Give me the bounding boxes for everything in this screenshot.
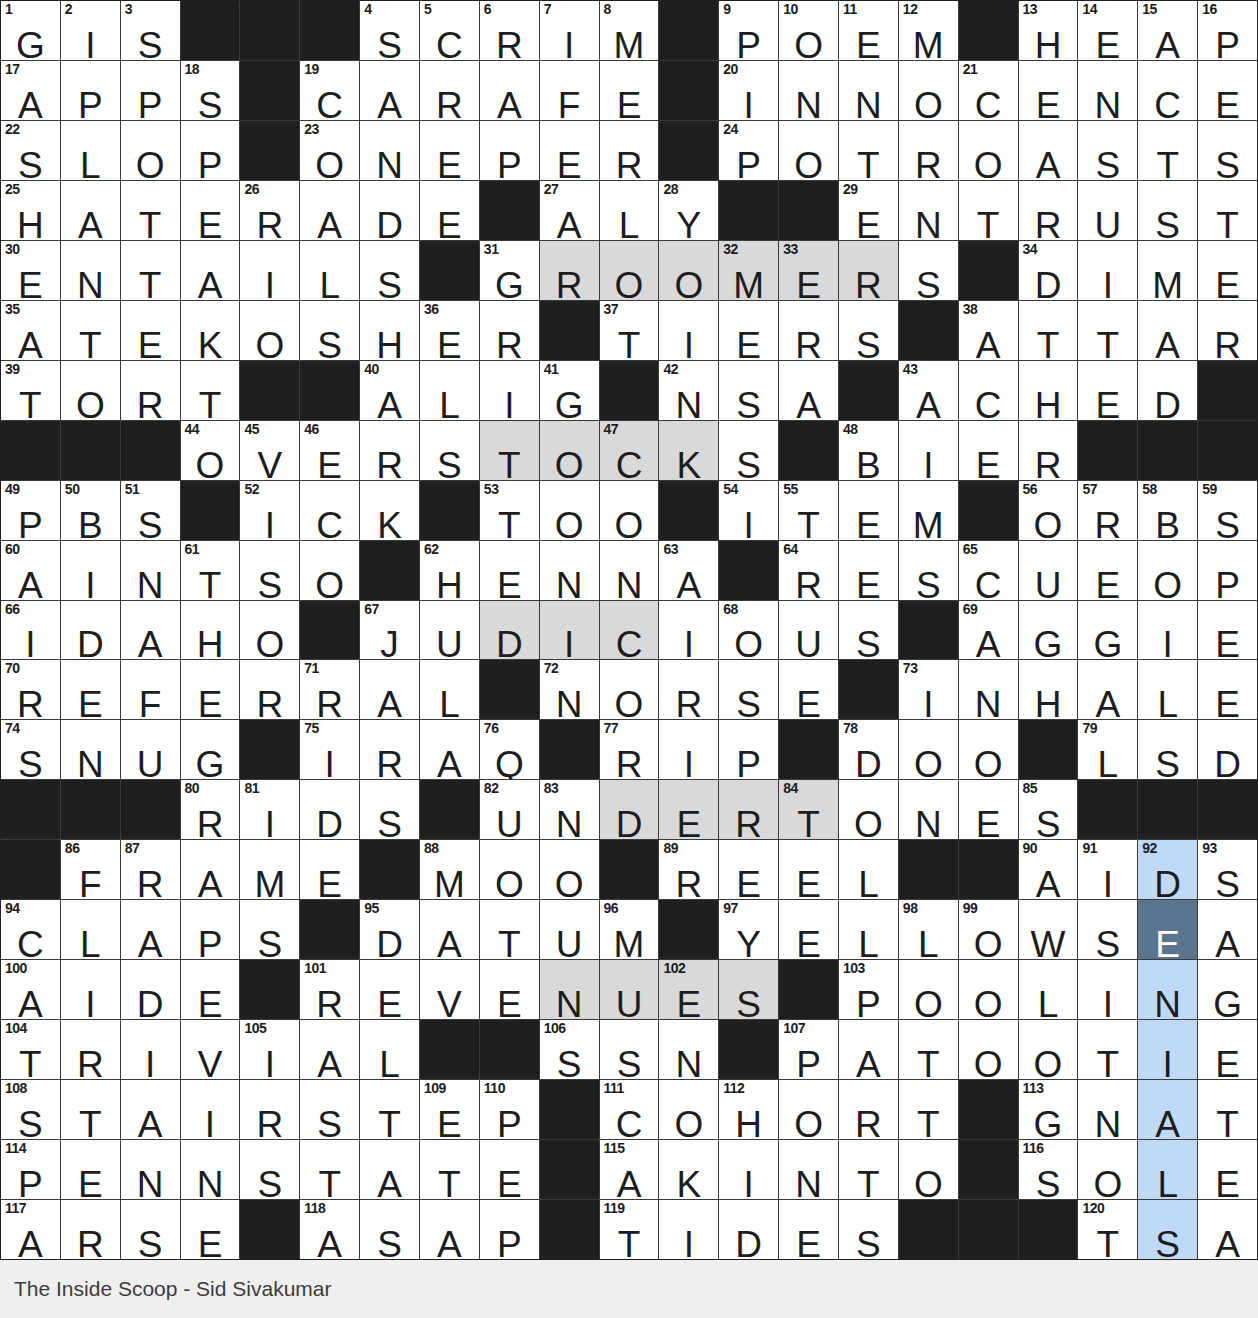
grid-cell[interactable]: P <box>121 61 180 120</box>
grid-cell[interactable]: D <box>1138 361 1197 420</box>
grid-cell[interactable]: E <box>959 780 1018 839</box>
theme-shaded-cell[interactable]: K <box>659 421 718 480</box>
grid-cell[interactable]: D <box>360 181 419 240</box>
grid-cell[interactable]: K <box>659 1140 718 1199</box>
grid-cell[interactable]: O <box>899 1140 958 1199</box>
highlighted-cell[interactable]: L <box>1138 1140 1197 1199</box>
grid-cell[interactable]: 93S <box>1198 840 1257 899</box>
grid-cell[interactable]: 55T <box>779 481 838 540</box>
grid-cell[interactable]: E <box>480 1140 539 1199</box>
grid-cell[interactable]: W <box>1019 900 1078 959</box>
grid-cell[interactable]: O <box>540 840 599 899</box>
grid-cell[interactable]: F <box>121 660 180 719</box>
grid-cell[interactable]: N <box>839 61 898 120</box>
grid-cell[interactable]: T <box>899 1020 958 1079</box>
grid-cell[interactable]: 71R <box>300 660 359 719</box>
grid-cell[interactable]: 34D <box>1019 241 1078 300</box>
grid-cell[interactable]: 70R <box>1 660 60 719</box>
grid-cell[interactable]: N <box>1078 61 1137 120</box>
grid-cell[interactable]: C <box>300 481 359 540</box>
grid-cell[interactable]: O <box>959 960 1018 1019</box>
grid-cell[interactable]: F <box>540 61 599 120</box>
grid-cell[interactable]: T <box>1078 1020 1137 1079</box>
grid-cell[interactable]: 99O <box>959 900 1018 959</box>
grid-cell[interactable]: 35A <box>1 301 60 360</box>
grid-cell[interactable]: O <box>1078 1140 1137 1199</box>
grid-cell[interactable]: O <box>600 481 659 540</box>
grid-cell[interactable]: 21C <box>959 61 1018 120</box>
grid-cell[interactable]: E <box>1198 660 1257 719</box>
theme-shaded-cell[interactable]: R <box>839 241 898 300</box>
grid-cell[interactable]: O <box>1138 541 1197 600</box>
grid-cell[interactable]: 40A <box>360 361 419 420</box>
grid-cell[interactable]: 36E <box>420 301 479 360</box>
grid-cell[interactable]: S <box>719 660 778 719</box>
grid-cell[interactable]: 9P <box>719 1 778 60</box>
grid-cell[interactable]: L <box>61 900 120 959</box>
grid-cell[interactable]: I <box>899 421 958 480</box>
grid-cell[interactable]: E <box>420 121 479 180</box>
grid-cell[interactable]: E <box>61 1140 120 1199</box>
grid-cell[interactable]: 66I <box>1 601 60 660</box>
grid-cell[interactable]: S <box>360 241 419 300</box>
grid-cell[interactable]: P <box>181 121 240 180</box>
grid-cell[interactable]: 95D <box>360 900 419 959</box>
grid-cell[interactable]: 105I <box>240 1020 299 1079</box>
grid-cell[interactable]: 11E <box>839 1 898 60</box>
grid-cell[interactable]: T <box>839 1140 898 1199</box>
grid-cell[interactable]: N <box>1078 1080 1137 1139</box>
grid-cell[interactable]: L <box>600 181 659 240</box>
grid-cell[interactable]: S <box>1138 181 1197 240</box>
grid-cell[interactable]: 31G <box>480 241 539 300</box>
grid-cell[interactable]: A <box>121 1080 180 1139</box>
grid-cell[interactable]: 3S <box>121 1 180 60</box>
grid-cell[interactable]: 39T <box>1 361 60 420</box>
grid-cell[interactable]: 104T <box>1 1020 60 1079</box>
grid-cell[interactable]: A <box>360 660 419 719</box>
theme-shaded-cell[interactable]: D <box>600 780 659 839</box>
grid-cell[interactable]: 59S <box>1198 481 1257 540</box>
grid-cell[interactable]: 19C <box>300 61 359 120</box>
theme-shaded-cell[interactable]: 47C <box>600 421 659 480</box>
grid-cell[interactable]: A <box>360 1140 419 1199</box>
grid-cell[interactable]: N <box>899 780 958 839</box>
grid-cell[interactable]: N <box>121 1140 180 1199</box>
grid-cell[interactable]: E <box>480 960 539 1019</box>
grid-cell[interactable]: 111C <box>600 1080 659 1139</box>
grid-cell[interactable]: M <box>240 840 299 899</box>
grid-cell[interactable]: R <box>360 421 419 480</box>
grid-cell[interactable]: 97Y <box>719 900 778 959</box>
grid-cell[interactable]: T <box>1019 301 1078 360</box>
grid-cell[interactable]: I <box>1078 241 1137 300</box>
grid-cell[interactable]: 106S <box>540 1020 599 1079</box>
grid-cell[interactable]: 96M <box>600 900 659 959</box>
grid-cell[interactable]: U <box>121 720 180 779</box>
grid-cell[interactable]: E <box>181 1200 240 1259</box>
grid-cell[interactable]: E <box>420 181 479 240</box>
grid-cell[interactable]: T <box>1078 301 1137 360</box>
grid-cell[interactable]: 13H <box>1019 1 1078 60</box>
grid-cell[interactable]: K <box>181 301 240 360</box>
grid-cell[interactable]: I <box>659 601 718 660</box>
grid-cell[interactable]: 65C <box>959 541 1018 600</box>
grid-cell[interactable]: O <box>959 121 1018 180</box>
grid-cell[interactable]: S <box>1078 121 1137 180</box>
grid-cell[interactable]: 29E <box>839 181 898 240</box>
grid-cell[interactable]: R <box>1019 421 1078 480</box>
grid-cell[interactable]: I <box>121 1020 180 1079</box>
grid-cell[interactable]: I <box>61 960 120 1019</box>
grid-cell[interactable]: 62H <box>420 541 479 600</box>
grid-cell[interactable]: T <box>121 241 180 300</box>
grid-cell[interactable]: E <box>1198 61 1257 120</box>
grid-cell[interactable]: D <box>300 780 359 839</box>
grid-cell[interactable]: V <box>181 1020 240 1079</box>
grid-cell[interactable]: R <box>240 660 299 719</box>
grid-cell[interactable]: S <box>839 301 898 360</box>
grid-cell[interactable]: O <box>61 361 120 420</box>
grid-cell[interactable]: T <box>1138 121 1197 180</box>
grid-cell[interactable]: O <box>300 541 359 600</box>
grid-cell[interactable]: R <box>61 1200 120 1259</box>
grid-cell[interactable]: N <box>659 1020 718 1079</box>
grid-cell[interactable]: 4S <box>360 1 419 60</box>
grid-cell[interactable]: E <box>600 61 659 120</box>
grid-cell[interactable]: 1G <box>1 1 60 60</box>
grid-cell[interactable]: 100A <box>1 960 60 1019</box>
grid-cell[interactable]: A <box>1198 1200 1257 1259</box>
grid-cell[interactable]: V <box>420 960 479 1019</box>
highlighted-cell[interactable]: S <box>1138 1200 1197 1259</box>
grid-cell[interactable]: N <box>779 1140 838 1199</box>
grid-cell[interactable]: L <box>300 241 359 300</box>
grid-cell[interactable]: P <box>181 900 240 959</box>
grid-cell[interactable]: 78D <box>839 720 898 779</box>
grid-cell[interactable]: 7I <box>540 1 599 60</box>
grid-cell[interactable]: E <box>1198 601 1257 660</box>
grid-cell[interactable]: S <box>719 361 778 420</box>
grid-cell[interactable]: I <box>719 1140 778 1199</box>
grid-cell[interactable]: E <box>1198 241 1257 300</box>
grid-cell[interactable]: 57R <box>1078 481 1137 540</box>
grid-cell[interactable]: 44O <box>181 421 240 480</box>
grid-cell[interactable]: I <box>61 541 120 600</box>
grid-cell[interactable]: I <box>659 720 718 779</box>
grid-cell[interactable]: E <box>540 121 599 180</box>
grid-cell[interactable]: 61T <box>181 541 240 600</box>
grid-cell[interactable]: 109E <box>420 1080 479 1139</box>
grid-cell[interactable]: O <box>899 960 958 1019</box>
grid-cell[interactable]: 53T <box>480 481 539 540</box>
grid-cell[interactable]: A <box>1138 301 1197 360</box>
grid-cell[interactable]: 56O <box>1019 481 1078 540</box>
grid-cell[interactable]: U <box>540 900 599 959</box>
grid-cell[interactable]: M <box>1138 241 1197 300</box>
grid-cell[interactable]: R <box>1198 301 1257 360</box>
grid-cell[interactable]: O <box>600 660 659 719</box>
grid-cell[interactable]: 30E <box>1 241 60 300</box>
grid-cell[interactable]: 114P <box>1 1140 60 1199</box>
theme-shaded-cell[interactable]: E <box>659 780 718 839</box>
grid-cell[interactable]: H <box>1019 361 1078 420</box>
grid-cell[interactable]: N <box>61 241 120 300</box>
grid-cell[interactable]: 117A <box>1 1200 60 1259</box>
grid-cell[interactable]: 69A <box>959 601 1018 660</box>
grid-cell[interactable]: T <box>839 121 898 180</box>
grid-cell[interactable]: 38A <box>959 301 1018 360</box>
grid-cell[interactable]: A <box>1078 660 1137 719</box>
grid-cell[interactable]: 51S <box>121 481 180 540</box>
grid-cell[interactable]: T <box>360 1080 419 1139</box>
grid-cell[interactable]: A <box>181 241 240 300</box>
grid-cell[interactable]: U <box>1019 541 1078 600</box>
grid-cell[interactable]: D <box>1198 720 1257 779</box>
grid-cell[interactable]: 68O <box>719 601 778 660</box>
grid-cell[interactable]: 75I <box>300 720 359 779</box>
grid-cell[interactable]: D <box>719 1200 778 1259</box>
grid-cell[interactable]: T <box>1198 1080 1257 1139</box>
grid-cell[interactable]: 43A <box>899 361 958 420</box>
grid-cell[interactable]: P <box>1198 541 1257 600</box>
grid-cell[interactable]: 72N <box>540 660 599 719</box>
grid-cell[interactable]: O <box>121 121 180 180</box>
grid-cell[interactable]: S <box>360 1200 419 1259</box>
grid-cell[interactable]: L <box>1138 660 1197 719</box>
grid-cell[interactable]: E <box>839 541 898 600</box>
grid-cell[interactable]: T <box>1198 181 1257 240</box>
grid-cell[interactable]: 116S <box>1019 1140 1078 1199</box>
grid-cell[interactable]: T <box>121 181 180 240</box>
grid-cell[interactable]: D <box>121 960 180 1019</box>
grid-cell[interactable]: S <box>240 900 299 959</box>
grid-cell[interactable]: U <box>420 601 479 660</box>
grid-cell[interactable]: R <box>480 301 539 360</box>
grid-cell[interactable]: E <box>959 421 1018 480</box>
grid-cell[interactable]: A <box>480 61 539 120</box>
highlighted-cell[interactable]: A <box>1138 1080 1197 1139</box>
grid-cell[interactable]: T <box>959 181 1018 240</box>
highlighted-cell[interactable]: 92D <box>1138 840 1197 899</box>
grid-cell[interactable]: M <box>899 481 958 540</box>
grid-cell[interactable]: 118A <box>300 1200 359 1259</box>
grid-cell[interactable]: E <box>300 840 359 899</box>
grid-cell[interactable]: E <box>121 301 180 360</box>
grid-cell[interactable]: 98L <box>899 900 958 959</box>
grid-cell[interactable]: 50B <box>61 481 120 540</box>
grid-cell[interactable]: 17A <box>1 61 60 120</box>
grid-cell[interactable]: L <box>420 361 479 420</box>
grid-cell[interactable]: 110P <box>480 1080 539 1139</box>
grid-cell[interactable]: S <box>240 541 299 600</box>
grid-cell[interactable]: N <box>121 541 180 600</box>
grid-cell[interactable]: 74S <box>1 720 60 779</box>
grid-cell[interactable]: 89R <box>659 840 718 899</box>
grid-cell[interactable]: A <box>61 181 120 240</box>
grid-cell[interactable]: 63A <box>659 541 718 600</box>
grid-cell[interactable]: O <box>959 1020 1018 1079</box>
grid-cell[interactable]: R <box>659 660 718 719</box>
theme-shaded-cell[interactable]: 102E <box>659 960 718 1019</box>
grid-cell[interactable]: O <box>1019 1020 1078 1079</box>
grid-cell[interactable]: E <box>719 301 778 360</box>
grid-cell[interactable]: A <box>300 1020 359 1079</box>
grid-cell[interactable]: 94C <box>1 900 60 959</box>
grid-cell[interactable]: 103P <box>839 960 898 1019</box>
grid-cell[interactable]: E <box>1078 541 1137 600</box>
theme-shaded-cell[interactable]: R <box>719 780 778 839</box>
grid-cell[interactable]: S <box>240 1140 299 1199</box>
grid-cell[interactable]: H <box>181 601 240 660</box>
grid-cell[interactable]: 90A <box>1019 840 1078 899</box>
grid-cell[interactable]: S <box>839 1200 898 1259</box>
grid-cell[interactable]: S <box>300 301 359 360</box>
grid-cell[interactable]: L <box>839 840 898 899</box>
grid-cell[interactable]: 41G <box>540 361 599 420</box>
grid-cell[interactable]: G <box>1078 601 1137 660</box>
grid-cell[interactable]: O <box>240 301 299 360</box>
highlighted-cell[interactable]: I <box>1138 1020 1197 1079</box>
grid-cell[interactable]: 108S <box>1 1080 60 1139</box>
grid-cell[interactable]: 115A <box>600 1140 659 1199</box>
theme-shaded-cell[interactable]: 33E <box>779 241 838 300</box>
grid-cell[interactable]: O <box>839 780 898 839</box>
grid-cell[interactable]: I <box>240 241 299 300</box>
theme-shaded-cell[interactable]: O <box>659 241 718 300</box>
grid-cell[interactable]: 60A <box>1 541 60 600</box>
grid-cell[interactable]: L <box>1019 960 1078 1019</box>
grid-cell[interactable]: R <box>360 720 419 779</box>
grid-cell[interactable]: 76Q <box>480 720 539 779</box>
grid-cell[interactable]: 28Y <box>659 181 718 240</box>
grid-cell[interactable]: G <box>181 720 240 779</box>
grid-cell[interactable]: P <box>480 1200 539 1259</box>
grid-cell[interactable]: S <box>1078 900 1137 959</box>
grid-cell[interactable]: C <box>1138 61 1197 120</box>
grid-cell[interactable]: A <box>300 181 359 240</box>
grid-cell[interactable]: 107P <box>779 1020 838 1079</box>
grid-cell[interactable]: 15A <box>1138 1 1197 60</box>
grid-cell[interactable]: 24P <box>719 121 778 180</box>
grid-cell[interactable]: 83N <box>540 780 599 839</box>
theme-shaded-cell[interactable]: C <box>600 601 659 660</box>
grid-cell[interactable]: 58B <box>1138 481 1197 540</box>
theme-shaded-cell[interactable]: D <box>480 601 539 660</box>
grid-cell[interactable]: R <box>121 361 180 420</box>
grid-cell[interactable]: S <box>839 601 898 660</box>
grid-cell[interactable]: I <box>659 301 718 360</box>
grid-cell[interactable]: O <box>959 720 1018 779</box>
grid-cell[interactable]: O <box>899 61 958 120</box>
grid-cell[interactable]: G <box>1198 960 1257 1019</box>
grid-cell[interactable]: 20I <box>719 61 778 120</box>
grid-cell[interactable]: N <box>600 541 659 600</box>
grid-cell[interactable]: 46E <box>300 421 359 480</box>
grid-cell[interactable]: S <box>1138 720 1197 779</box>
grid-cell[interactable]: 54I <box>719 481 778 540</box>
theme-shaded-cell[interactable]: S <box>719 960 778 1019</box>
grid-cell[interactable]: 48B <box>839 421 898 480</box>
selected-cell[interactable]: E <box>1138 900 1197 959</box>
grid-cell[interactable]: A <box>1198 900 1257 959</box>
grid-cell[interactable]: E <box>181 660 240 719</box>
theme-shaded-cell[interactable]: N <box>540 960 599 1019</box>
grid-cell[interactable]: T <box>61 301 120 360</box>
grid-cell[interactable]: T <box>181 361 240 420</box>
grid-cell[interactable]: O <box>240 601 299 660</box>
grid-cell[interactable]: E <box>839 481 898 540</box>
grid-cell[interactable]: E <box>480 541 539 600</box>
grid-cell[interactable]: R <box>600 121 659 180</box>
grid-cell[interactable]: 16P <box>1198 1 1257 60</box>
grid-cell[interactable]: I <box>1078 960 1137 1019</box>
grid-cell[interactable]: A <box>121 601 180 660</box>
grid-cell[interactable]: T <box>300 1140 359 1199</box>
grid-cell[interactable]: 5C <box>420 1 479 60</box>
grid-cell[interactable]: E <box>779 840 838 899</box>
grid-cell[interactable]: S <box>121 1200 180 1259</box>
grid-cell[interactable]: R <box>899 121 958 180</box>
grid-cell[interactable]: 87R <box>121 840 180 899</box>
grid-cell[interactable]: R <box>420 61 479 120</box>
grid-cell[interactable]: E <box>1198 1140 1257 1199</box>
grid-cell[interactable]: N <box>61 720 120 779</box>
grid-cell[interactable]: 85S <box>1019 780 1078 839</box>
grid-cell[interactable]: U <box>1078 181 1137 240</box>
grid-cell[interactable]: I <box>480 361 539 420</box>
grid-cell[interactable]: E <box>1078 361 1137 420</box>
grid-cell[interactable]: T <box>61 1080 120 1139</box>
grid-cell[interactable]: E <box>360 960 419 1019</box>
grid-cell[interactable]: 6R <box>480 1 539 60</box>
theme-shaded-cell[interactable]: U <box>600 960 659 1019</box>
grid-cell[interactable]: R <box>1019 181 1078 240</box>
grid-cell[interactable]: 14E <box>1078 1 1137 60</box>
grid-cell[interactable]: E <box>61 660 120 719</box>
grid-cell[interactable]: 91I <box>1078 840 1137 899</box>
grid-cell[interactable]: 27A <box>540 181 599 240</box>
grid-cell[interactable]: 45V <box>240 421 299 480</box>
grid-cell[interactable]: S <box>719 421 778 480</box>
grid-cell[interactable]: K <box>360 481 419 540</box>
grid-cell[interactable]: R <box>839 1080 898 1139</box>
theme-shaded-cell[interactable]: 32M <box>719 241 778 300</box>
grid-cell[interactable]: 82U <box>480 780 539 839</box>
grid-cell[interactable]: E <box>779 660 838 719</box>
grid-cell[interactable]: 23O <box>300 121 359 180</box>
theme-shaded-cell[interactable]: O <box>540 421 599 480</box>
grid-cell[interactable]: S <box>420 421 479 480</box>
grid-cell[interactable]: S <box>899 241 958 300</box>
grid-cell[interactable]: L <box>839 900 898 959</box>
grid-cell[interactable]: A <box>181 840 240 899</box>
grid-cell[interactable]: N <box>899 181 958 240</box>
grid-cell[interactable]: A <box>1019 121 1078 180</box>
grid-cell[interactable]: C <box>959 361 1018 420</box>
grid-cell[interactable]: L <box>360 1020 419 1079</box>
grid-cell[interactable]: 25H <box>1 181 60 240</box>
grid-cell[interactable]: E <box>779 900 838 959</box>
grid-cell[interactable]: N <box>181 1140 240 1199</box>
grid-cell[interactable]: 52I <box>240 481 299 540</box>
theme-shaded-cell[interactable]: T <box>480 421 539 480</box>
grid-cell[interactable]: A <box>420 900 479 959</box>
grid-cell[interactable]: O <box>480 840 539 899</box>
grid-cell[interactable]: A <box>420 720 479 779</box>
grid-cell[interactable]: N <box>959 660 1018 719</box>
grid-cell[interactable]: T <box>480 900 539 959</box>
